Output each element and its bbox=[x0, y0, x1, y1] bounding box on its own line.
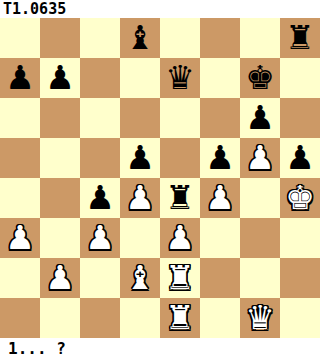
square-g2[interactable] bbox=[240, 258, 280, 298]
square-d1[interactable] bbox=[120, 298, 160, 338]
square-f6[interactable] bbox=[200, 98, 240, 138]
black-rook[interactable]: ♜ bbox=[165, 178, 195, 218]
square-c8[interactable] bbox=[80, 18, 120, 58]
white-pawn[interactable]: ♟ bbox=[205, 178, 235, 218]
square-d8[interactable]: ♝ bbox=[120, 18, 160, 58]
square-d7[interactable] bbox=[120, 58, 160, 98]
square-c4[interactable]: ♟ bbox=[80, 178, 120, 218]
black-pawn[interactable]: ♟ bbox=[285, 138, 315, 178]
square-h6[interactable] bbox=[280, 98, 320, 138]
square-a1[interactable] bbox=[0, 298, 40, 338]
square-a8[interactable] bbox=[0, 18, 40, 58]
square-f7[interactable] bbox=[200, 58, 240, 98]
square-b2[interactable]: ♟ bbox=[40, 258, 80, 298]
square-h1[interactable] bbox=[280, 298, 320, 338]
square-c6[interactable] bbox=[80, 98, 120, 138]
square-f1[interactable] bbox=[200, 298, 240, 338]
square-g8[interactable] bbox=[240, 18, 280, 58]
square-h5[interactable]: ♟ bbox=[280, 138, 320, 178]
white-rook[interactable]: ♜ bbox=[165, 258, 195, 298]
black-pawn[interactable]: ♟ bbox=[85, 178, 115, 218]
square-a6[interactable] bbox=[0, 98, 40, 138]
white-rook[interactable]: ♜ bbox=[165, 298, 195, 338]
square-b1[interactable] bbox=[40, 298, 80, 338]
square-a4[interactable] bbox=[0, 178, 40, 218]
white-pawn[interactable]: ♟ bbox=[165, 218, 195, 258]
square-h3[interactable] bbox=[280, 218, 320, 258]
square-d2[interactable]: ♝ bbox=[120, 258, 160, 298]
square-f8[interactable] bbox=[200, 18, 240, 58]
square-a3[interactable]: ♟ bbox=[0, 218, 40, 258]
white-bishop[interactable]: ♝ bbox=[125, 258, 155, 298]
black-bishop[interactable]: ♝ bbox=[125, 18, 155, 58]
square-g4[interactable] bbox=[240, 178, 280, 218]
square-b6[interactable] bbox=[40, 98, 80, 138]
square-c1[interactable] bbox=[80, 298, 120, 338]
square-e3[interactable]: ♟ bbox=[160, 218, 200, 258]
square-a2[interactable] bbox=[0, 258, 40, 298]
square-c2[interactable] bbox=[80, 258, 120, 298]
square-h7[interactable] bbox=[280, 58, 320, 98]
square-g5[interactable]: ♟ bbox=[240, 138, 280, 178]
square-h4[interactable]: ♚ bbox=[280, 178, 320, 218]
white-queen[interactable]: ♛ bbox=[245, 298, 275, 338]
white-pawn[interactable]: ♟ bbox=[245, 138, 275, 178]
square-e4[interactable]: ♜ bbox=[160, 178, 200, 218]
square-f3[interactable] bbox=[200, 218, 240, 258]
white-pawn[interactable]: ♟ bbox=[5, 218, 35, 258]
white-pawn[interactable]: ♟ bbox=[125, 178, 155, 218]
black-king[interactable]: ♚ bbox=[245, 58, 275, 98]
square-d3[interactable] bbox=[120, 218, 160, 258]
square-a5[interactable] bbox=[0, 138, 40, 178]
white-king[interactable]: ♚ bbox=[285, 178, 315, 218]
white-pawn[interactable]: ♟ bbox=[85, 218, 115, 258]
square-g6[interactable]: ♟ bbox=[240, 98, 280, 138]
black-pawn[interactable]: ♟ bbox=[45, 58, 75, 98]
white-pawn[interactable]: ♟ bbox=[45, 258, 75, 298]
square-e5[interactable] bbox=[160, 138, 200, 178]
square-e6[interactable] bbox=[160, 98, 200, 138]
black-rook[interactable]: ♜ bbox=[285, 18, 315, 58]
square-f5[interactable]: ♟ bbox=[200, 138, 240, 178]
move-prompt: 1... ? bbox=[0, 338, 320, 360]
square-b8[interactable] bbox=[40, 18, 80, 58]
square-e7[interactable]: ♛ bbox=[160, 58, 200, 98]
puzzle-title: T1.0635 bbox=[0, 0, 320, 18]
square-a7[interactable]: ♟ bbox=[0, 58, 40, 98]
square-e1[interactable]: ♜ bbox=[160, 298, 200, 338]
square-b5[interactable] bbox=[40, 138, 80, 178]
square-f2[interactable] bbox=[200, 258, 240, 298]
square-b3[interactable] bbox=[40, 218, 80, 258]
chess-board: ♝♜♟♟♛♚♟♟♟♟♟♟♟♜♟♚♟♟♟♟♝♜♜♛ bbox=[0, 18, 320, 338]
square-h2[interactable] bbox=[280, 258, 320, 298]
square-c3[interactable]: ♟ bbox=[80, 218, 120, 258]
square-g7[interactable]: ♚ bbox=[240, 58, 280, 98]
square-d6[interactable] bbox=[120, 98, 160, 138]
square-d5[interactable]: ♟ bbox=[120, 138, 160, 178]
black-pawn[interactable]: ♟ bbox=[205, 138, 235, 178]
square-g3[interactable] bbox=[240, 218, 280, 258]
square-c5[interactable] bbox=[80, 138, 120, 178]
square-e2[interactable]: ♜ bbox=[160, 258, 200, 298]
black-queen[interactable]: ♛ bbox=[165, 58, 195, 98]
square-g1[interactable]: ♛ bbox=[240, 298, 280, 338]
square-d4[interactable]: ♟ bbox=[120, 178, 160, 218]
square-b7[interactable]: ♟ bbox=[40, 58, 80, 98]
square-f4[interactable]: ♟ bbox=[200, 178, 240, 218]
square-b4[interactable] bbox=[40, 178, 80, 218]
black-pawn[interactable]: ♟ bbox=[5, 58, 35, 98]
black-pawn[interactable]: ♟ bbox=[125, 138, 155, 178]
square-c7[interactable] bbox=[80, 58, 120, 98]
square-h8[interactable]: ♜ bbox=[280, 18, 320, 58]
black-pawn[interactable]: ♟ bbox=[245, 98, 275, 138]
square-e8[interactable] bbox=[160, 18, 200, 58]
